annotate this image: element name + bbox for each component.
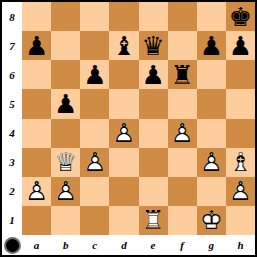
white-queen[interactable]: ♛♕: [54, 149, 77, 175]
black-queen[interactable]: ♛: [141, 33, 164, 59]
square-e5[interactable]: [139, 89, 168, 118]
rank-label-7: 7: [2, 31, 22, 60]
square-d1[interactable]: [109, 206, 138, 235]
rank-label-6: 6: [2, 60, 22, 89]
square-e2[interactable]: [139, 177, 168, 206]
square-a4[interactable]: [22, 119, 51, 148]
square-d5[interactable]: [109, 89, 138, 118]
square-c6[interactable]: ♟: [80, 60, 109, 89]
square-d4[interactable]: ♟♙: [109, 119, 138, 148]
square-g3[interactable]: ♟♙: [197, 148, 226, 177]
square-d2[interactable]: [109, 177, 138, 206]
file-label-a: a: [22, 235, 51, 255]
square-b4[interactable]: [51, 119, 80, 148]
square-a2[interactable]: ♟♙: [22, 177, 51, 206]
square-h5[interactable]: [226, 89, 255, 118]
square-f3[interactable]: [168, 148, 197, 177]
square-d3[interactable]: [109, 148, 138, 177]
white-pawn[interactable]: ♟♙: [112, 120, 135, 146]
square-g4[interactable]: [197, 119, 226, 148]
square-c5[interactable]: [80, 89, 109, 118]
board-frame: 8♚7♟♝♛♟♟6♟♟♜5♟4♟♙♟♙3♛♕♟♙♟♙♝♗2♟♙♟♙♟♙1♜♖♚♔…: [0, 0, 257, 257]
black-pawn[interactable]: ♟: [200, 33, 223, 59]
square-b8[interactable]: [51, 2, 80, 31]
square-a8[interactable]: [22, 2, 51, 31]
chess-board: 8♚7♟♝♛♟♟6♟♟♜5♟4♟♙♟♙3♛♕♟♙♟♙♝♗2♟♙♟♙♟♙1♜♖♚♔…: [2, 2, 255, 255]
file-label-d: d: [109, 235, 138, 255]
square-f1[interactable]: [168, 206, 197, 235]
square-f4[interactable]: ♟♙: [168, 119, 197, 148]
square-g8[interactable]: [197, 2, 226, 31]
rank-label-8: 8: [2, 2, 22, 31]
square-d7[interactable]: ♝: [109, 31, 138, 60]
square-b1[interactable]: [51, 206, 80, 235]
white-king[interactable]: ♚♔: [200, 207, 223, 233]
black-pawn[interactable]: ♟: [25, 33, 48, 59]
square-e3[interactable]: [139, 148, 168, 177]
square-g7[interactable]: ♟: [197, 31, 226, 60]
white-pawn[interactable]: ♟♙: [171, 120, 194, 146]
rank-label-1: 1: [2, 206, 22, 235]
square-g1[interactable]: ♚♔: [197, 206, 226, 235]
white-pawn[interactable]: ♟♙: [83, 149, 106, 175]
square-f7[interactable]: [168, 31, 197, 60]
square-d6[interactable]: [109, 60, 138, 89]
white-pawn[interactable]: ♟♙: [54, 178, 77, 204]
square-a3[interactable]: [22, 148, 51, 177]
square-e8[interactable]: [139, 2, 168, 31]
file-label-h: h: [226, 235, 255, 255]
square-a7[interactable]: ♟: [22, 31, 51, 60]
file-label-g: g: [197, 235, 226, 255]
black-pawn[interactable]: ♟: [54, 91, 77, 117]
square-h1[interactable]: [226, 206, 255, 235]
square-b3[interactable]: ♛♕: [51, 148, 80, 177]
black-bishop[interactable]: ♝: [112, 33, 135, 59]
black-pawn[interactable]: ♟: [83, 62, 106, 88]
file-label-b: b: [51, 235, 80, 255]
square-f2[interactable]: [168, 177, 197, 206]
rank-label-2: 2: [2, 177, 22, 206]
black-pawn[interactable]: ♟: [141, 62, 164, 88]
white-pawn[interactable]: ♟♙: [229, 178, 252, 204]
square-c7[interactable]: [80, 31, 109, 60]
square-f8[interactable]: [168, 2, 197, 31]
square-g5[interactable]: [197, 89, 226, 118]
file-label-c: c: [80, 235, 109, 255]
board-margin: 8♚7♟♝♛♟♟6♟♟♜5♟4♟♙♟♙3♛♕♟♙♟♙♝♗2♟♙♟♙♟♙1♜♖♚♔…: [2, 2, 255, 255]
square-c3[interactable]: ♟♙: [80, 148, 109, 177]
square-d8[interactable]: [109, 2, 138, 31]
rank-label-3: 3: [2, 148, 22, 177]
square-c4[interactable]: [80, 119, 109, 148]
file-label-e: e: [139, 235, 168, 255]
black-rook[interactable]: ♜: [171, 62, 194, 88]
white-bishop[interactable]: ♝♗: [229, 149, 252, 175]
square-h2[interactable]: ♟♙: [226, 177, 255, 206]
square-e4[interactable]: [139, 119, 168, 148]
rank-label-4: 4: [2, 119, 22, 148]
square-g6[interactable]: [197, 60, 226, 89]
square-f6[interactable]: ♜: [168, 60, 197, 89]
square-e6[interactable]: ♟: [139, 60, 168, 89]
square-b7[interactable]: [51, 31, 80, 60]
square-f5[interactable]: [168, 89, 197, 118]
square-g2[interactable]: [197, 177, 226, 206]
white-pawn[interactable]: ♟♙: [200, 149, 223, 175]
square-a1[interactable]: [22, 206, 51, 235]
black-to-move-indicator: [4, 237, 21, 254]
square-b6[interactable]: [51, 60, 80, 89]
black-pawn[interactable]: ♟: [229, 33, 252, 59]
square-b5[interactable]: ♟: [51, 89, 80, 118]
black-king[interactable]: ♚: [229, 4, 252, 30]
square-h6[interactable]: [226, 60, 255, 89]
rank-label-5: 5: [2, 89, 22, 118]
square-c1[interactable]: [80, 206, 109, 235]
file-label-f: f: [168, 235, 197, 255]
square-h3[interactable]: ♝♗: [226, 148, 255, 177]
square-h7[interactable]: ♟: [226, 31, 255, 60]
square-h4[interactable]: [226, 119, 255, 148]
square-a6[interactable]: [22, 60, 51, 89]
square-e7[interactable]: ♛: [139, 31, 168, 60]
square-c2[interactable]: [80, 177, 109, 206]
square-c8[interactable]: [80, 2, 109, 31]
white-rook[interactable]: ♜♖: [141, 207, 164, 233]
square-a5[interactable]: [22, 89, 51, 118]
white-pawn[interactable]: ♟♙: [25, 178, 48, 204]
move-indicator-cell: [2, 235, 22, 255]
square-e1[interactable]: ♜♖: [139, 206, 168, 235]
square-b2[interactable]: ♟♙: [51, 177, 80, 206]
square-h8[interactable]: ♚: [226, 2, 255, 31]
